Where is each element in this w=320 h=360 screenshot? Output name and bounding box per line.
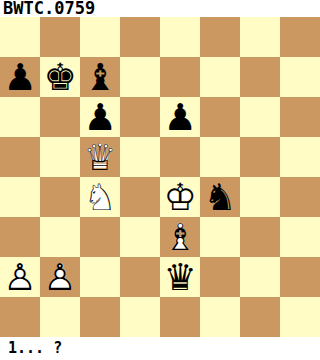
square-d4[interactable] bbox=[120, 177, 160, 217]
piece-outline: ♔ bbox=[160, 177, 200, 217]
square-h1[interactable] bbox=[280, 297, 320, 337]
square-a2[interactable]: ♟♙ bbox=[0, 257, 40, 297]
piece-outline: ♗ bbox=[160, 217, 200, 257]
square-h8[interactable] bbox=[280, 17, 320, 57]
square-g7[interactable] bbox=[240, 57, 280, 97]
black-pawn-piece[interactable]: ♟ bbox=[0, 57, 40, 97]
square-e2[interactable]: ♛ bbox=[160, 257, 200, 297]
square-e6[interactable]: ♟ bbox=[160, 97, 200, 137]
square-h5[interactable] bbox=[280, 137, 320, 177]
chess-board: ♟♚♝♟♟♛♕♞♘♚♔♞♝♗♟♙♟♙♛ bbox=[0, 17, 320, 337]
square-a8[interactable] bbox=[0, 17, 40, 57]
square-d2[interactable] bbox=[120, 257, 160, 297]
square-b2[interactable]: ♟♙ bbox=[40, 257, 80, 297]
square-b5[interactable] bbox=[40, 137, 80, 177]
square-g8[interactable] bbox=[240, 17, 280, 57]
piece-outline: ♙ bbox=[0, 257, 40, 297]
square-c6[interactable]: ♟ bbox=[80, 97, 120, 137]
square-f2[interactable] bbox=[200, 257, 240, 297]
square-d3[interactable] bbox=[120, 217, 160, 257]
white-knight-piece[interactable]: ♞♘ bbox=[80, 177, 120, 217]
square-b1[interactable] bbox=[40, 297, 80, 337]
square-d8[interactable] bbox=[120, 17, 160, 57]
square-f1[interactable] bbox=[200, 297, 240, 337]
square-e7[interactable] bbox=[160, 57, 200, 97]
square-e3[interactable]: ♝♗ bbox=[160, 217, 200, 257]
white-pawn-piece[interactable]: ♟♙ bbox=[40, 257, 80, 297]
square-d1[interactable] bbox=[120, 297, 160, 337]
square-f7[interactable] bbox=[200, 57, 240, 97]
square-c2[interactable] bbox=[80, 257, 120, 297]
white-bishop-piece[interactable]: ♝♗ bbox=[160, 217, 200, 257]
square-e5[interactable] bbox=[160, 137, 200, 177]
square-g1[interactable] bbox=[240, 297, 280, 337]
square-g4[interactable] bbox=[240, 177, 280, 217]
square-h6[interactable] bbox=[280, 97, 320, 137]
square-c5[interactable]: ♛♕ bbox=[80, 137, 120, 177]
square-a3[interactable] bbox=[0, 217, 40, 257]
square-f3[interactable] bbox=[200, 217, 240, 257]
white-queen-piece[interactable]: ♛♕ bbox=[80, 137, 120, 177]
square-f5[interactable] bbox=[200, 137, 240, 177]
piece-outline: ♘ bbox=[80, 177, 120, 217]
square-g2[interactable] bbox=[240, 257, 280, 297]
piece-outline: ♙ bbox=[40, 257, 80, 297]
square-d5[interactable] bbox=[120, 137, 160, 177]
black-knight-piece[interactable]: ♞ bbox=[200, 177, 240, 217]
square-c4[interactable]: ♞♘ bbox=[80, 177, 120, 217]
square-a1[interactable] bbox=[0, 297, 40, 337]
piece-outline: ♕ bbox=[80, 137, 120, 177]
square-c7[interactable]: ♝ bbox=[80, 57, 120, 97]
square-g5[interactable] bbox=[240, 137, 280, 177]
chess-diagram-window: BWTC.0759 ♟♚♝♟♟♛♕♞♘♚♔♞♝♗♟♙♟♙♛ 1... ? bbox=[0, 0, 320, 360]
square-c8[interactable] bbox=[80, 17, 120, 57]
black-queen-piece[interactable]: ♛ bbox=[160, 257, 200, 297]
puzzle-title: BWTC.0759 bbox=[0, 0, 320, 17]
square-g6[interactable] bbox=[240, 97, 280, 137]
square-a7[interactable]: ♟ bbox=[0, 57, 40, 97]
square-f8[interactable] bbox=[200, 17, 240, 57]
square-g3[interactable] bbox=[240, 217, 280, 257]
square-b7[interactable]: ♚ bbox=[40, 57, 80, 97]
square-b3[interactable] bbox=[40, 217, 80, 257]
square-e1[interactable] bbox=[160, 297, 200, 337]
black-pawn-piece[interactable]: ♟ bbox=[160, 97, 200, 137]
white-king-piece[interactable]: ♚♔ bbox=[160, 177, 200, 217]
black-king-piece[interactable]: ♚ bbox=[40, 57, 80, 97]
square-c1[interactable] bbox=[80, 297, 120, 337]
black-bishop-piece[interactable]: ♝ bbox=[80, 57, 120, 97]
square-a6[interactable] bbox=[0, 97, 40, 137]
square-b6[interactable] bbox=[40, 97, 80, 137]
square-d6[interactable] bbox=[120, 97, 160, 137]
square-h3[interactable] bbox=[280, 217, 320, 257]
square-a4[interactable] bbox=[0, 177, 40, 217]
square-b4[interactable] bbox=[40, 177, 80, 217]
move-prompt: 1... ? bbox=[0, 337, 320, 360]
square-f6[interactable] bbox=[200, 97, 240, 137]
square-c3[interactable] bbox=[80, 217, 120, 257]
square-e8[interactable] bbox=[160, 17, 200, 57]
square-f4[interactable]: ♞ bbox=[200, 177, 240, 217]
square-b8[interactable] bbox=[40, 17, 80, 57]
black-pawn-piece[interactable]: ♟ bbox=[80, 97, 120, 137]
square-h2[interactable] bbox=[280, 257, 320, 297]
square-d7[interactable] bbox=[120, 57, 160, 97]
square-e4[interactable]: ♚♔ bbox=[160, 177, 200, 217]
square-h4[interactable] bbox=[280, 177, 320, 217]
square-h7[interactable] bbox=[280, 57, 320, 97]
square-a5[interactable] bbox=[0, 137, 40, 177]
white-pawn-piece[interactable]: ♟♙ bbox=[0, 257, 40, 297]
